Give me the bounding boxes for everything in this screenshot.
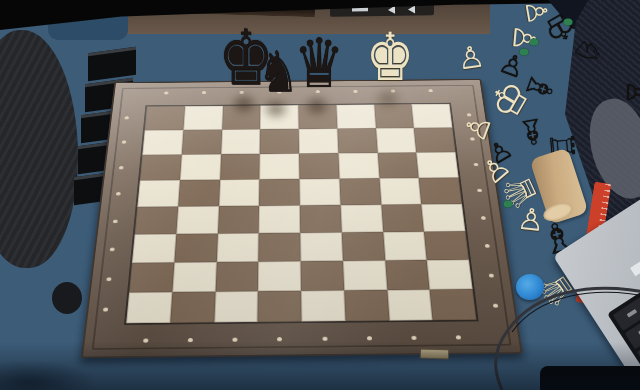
square-d2: [258, 261, 301, 291]
square-a6: [140, 155, 182, 181]
square-g7: [376, 128, 417, 153]
square-a3: [132, 234, 176, 263]
square-b7: [182, 130, 222, 155]
square-e4: [300, 205, 342, 233]
square-h4: [421, 204, 465, 232]
laptop-sticker: [630, 261, 640, 276]
square-c2: [215, 262, 258, 292]
square-e2: [301, 261, 344, 291]
square-c4: [217, 206, 259, 234]
square-f7: [337, 128, 377, 153]
green-felt-base: [504, 201, 513, 208]
square-g1: [387, 290, 433, 321]
square-f6: [338, 153, 379, 179]
square-d6: [260, 154, 300, 180]
board-squares: [124, 103, 479, 325]
square-b3: [174, 234, 217, 263]
square-e1: [301, 290, 345, 321]
square-a5: [137, 180, 179, 207]
square-f1: [344, 290, 389, 321]
square-f2: [343, 260, 387, 290]
chessboard: [81, 79, 523, 358]
square-b2: [172, 262, 216, 292]
white-captured-piece: ♙: [456, 41, 487, 74]
coordinate-mark: [164, 91, 168, 94]
square-f8: [336, 105, 375, 129]
square-d7: [260, 129, 299, 154]
square-e7: [299, 129, 338, 154]
green-felt-base: [520, 49, 529, 56]
blue-bottle-cap: [516, 274, 544, 300]
dark-bag: [0, 30, 78, 268]
chess-photo-scene: ♙♙♔♙♘♙♔♙♗♗♙♖♙♕♙♗♕♙ ♚♞♛♚: [0, 0, 640, 390]
square-a1: [126, 292, 172, 323]
square-b1: [170, 292, 215, 323]
square-d4: [259, 205, 300, 233]
square-g3: [383, 232, 427, 261]
square-d1: [258, 291, 302, 322]
square-e3: [300, 232, 343, 261]
square-f4: [340, 205, 382, 233]
coordinate-mark: [489, 273, 494, 277]
square-h6: [416, 152, 458, 178]
square-d3: [258, 233, 300, 262]
chevron-icon: [408, 5, 415, 13]
black-captured-piece: ♙: [623, 80, 640, 103]
square-b8: [183, 106, 222, 130]
coordinate-mark: [322, 337, 327, 341]
square-c1: [214, 291, 258, 322]
square-c6: [220, 154, 260, 180]
dark-object: [52, 282, 82, 314]
square-g5: [379, 178, 421, 205]
black-knight-on-d7: ♞: [257, 44, 298, 100]
white-king-on-g7: ♚: [366, 25, 415, 91]
square-h5: [419, 178, 462, 205]
square-h3: [424, 231, 469, 260]
square-e6: [299, 153, 339, 179]
square-h2: [427, 260, 473, 290]
square-g6: [377, 152, 419, 178]
square-h7: [414, 128, 455, 153]
coordinate-mark: [202, 91, 206, 94]
square-d5: [259, 179, 300, 206]
coordinate-mark: [353, 90, 357, 93]
square-f3: [342, 232, 385, 261]
green-felt-base: [530, 39, 539, 46]
square-h8: [412, 104, 453, 128]
black-queen-on-e7: ♛: [294, 30, 344, 98]
square-a7: [142, 130, 183, 155]
square-c7: [221, 129, 260, 154]
square-b4: [176, 206, 219, 234]
square-a2: [129, 262, 174, 292]
square-c3: [216, 233, 259, 262]
square-b5: [178, 180, 220, 207]
square-e5: [299, 179, 340, 206]
square-b6: [180, 154, 221, 180]
square-a8: [145, 106, 185, 130]
bottom-left-shadow: [0, 352, 150, 390]
coordinate-mark: [481, 216, 486, 220]
coordinate-mark: [367, 336, 372, 340]
square-g4: [381, 204, 424, 232]
tray-slat: [88, 47, 136, 82]
green-felt-base: [564, 19, 573, 26]
square-a4: [135, 207, 178, 235]
square-c5: [219, 179, 260, 206]
square-g2: [385, 260, 430, 290]
square-h1: [430, 289, 477, 320]
square-f5: [339, 178, 381, 205]
